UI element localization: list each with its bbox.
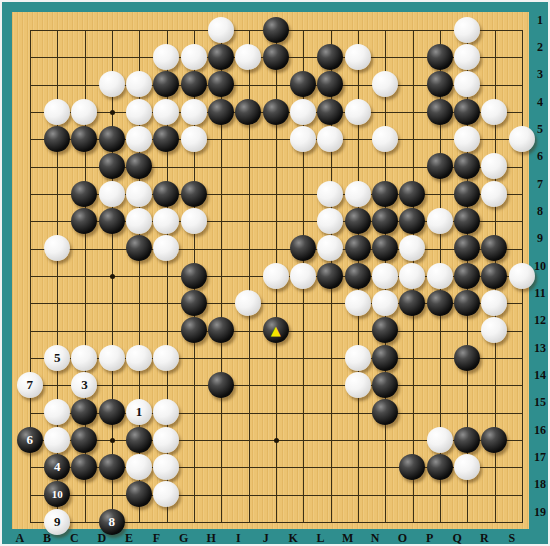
black-stone-R10[interactable] [481,263,507,289]
column-label-H: H [203,531,219,546]
black-stone-P11[interactable] [427,290,453,316]
black-stone-D17[interactable] [99,454,125,480]
black-stone-H4[interactable] [208,99,234,125]
screenshot-frame: ▲5731641098 ABCDEFGHIJKLMNOPQRS 12345678… [0,0,550,546]
white-stone-M7[interactable] [345,181,371,207]
white-stone-M2[interactable] [345,44,371,70]
white-stone-P8[interactable] [427,208,453,234]
white-stone-P10[interactable] [427,263,453,289]
white-stone-N11[interactable] [372,290,398,316]
column-label-J: J [258,531,274,546]
white-stone-D7[interactable] [99,181,125,207]
black-stone-P2[interactable] [427,44,453,70]
white-stone-E4[interactable] [126,99,152,125]
row-label-16: 16 [531,423,549,437]
black-stone-Q10[interactable] [454,263,480,289]
black-stone-D8[interactable] [99,208,125,234]
white-stone-P16[interactable] [427,427,453,453]
row-label-12: 12 [531,313,549,327]
move-number-label: 6 [17,427,43,453]
row-label-17: 17 [531,450,549,464]
column-label-K: K [285,531,301,546]
column-label-S: S [504,531,520,546]
white-stone-Q17[interactable] [454,454,480,480]
star-point [110,438,115,443]
column-label-A: A [12,531,28,546]
move-number-label: 7 [17,372,43,398]
star-point [110,110,115,115]
column-label-E: E [121,531,137,546]
star-point [274,438,279,443]
black-stone-Q16[interactable] [454,427,480,453]
white-stone-B4[interactable] [44,99,70,125]
black-stone-G7[interactable] [181,181,207,207]
white-stone-E13[interactable] [126,345,152,371]
black-stone-P17[interactable] [427,454,453,480]
black-stone-Q4[interactable] [454,99,480,125]
white-stone-H1[interactable] [208,17,234,43]
goban[interactable]: ▲5731641098 [12,12,529,529]
white-stone-K4[interactable] [290,99,316,125]
black-stone-N14[interactable] [372,372,398,398]
star-point [110,274,115,279]
column-label-C: C [66,531,82,546]
white-stone-K10[interactable] [290,263,316,289]
white-stone-Q1[interactable] [454,17,480,43]
black-stone-A16[interactable]: 6 [17,427,43,453]
column-label-R: R [476,531,492,546]
column-label-P: P [422,531,438,546]
row-label-13: 13 [531,341,549,355]
move-number-label: 5 [44,345,70,371]
white-stone-G8[interactable] [181,208,207,234]
black-stone-N13[interactable] [372,345,398,371]
row-label-9: 9 [531,231,549,245]
row-label-4: 4 [531,95,549,109]
white-stone-B13[interactable]: 5 [44,345,70,371]
black-stone-N8[interactable] [372,208,398,234]
column-label-L: L [312,531,328,546]
black-stone-R16[interactable] [481,427,507,453]
row-label-7: 7 [531,177,549,191]
column-label-O: O [394,531,410,546]
black-stone-Q11[interactable] [454,290,480,316]
row-label-15: 15 [531,395,549,409]
white-stone-M14[interactable] [345,372,371,398]
black-stone-Q8[interactable] [454,208,480,234]
white-stone-A14[interactable]: 7 [17,372,43,398]
white-stone-M13[interactable] [345,345,371,371]
black-stone-P4[interactable] [427,99,453,125]
black-stone-J4[interactable] [263,99,289,125]
column-label-N: N [367,531,383,546]
white-stone-M11[interactable] [345,290,371,316]
white-stone-E7[interactable] [126,181,152,207]
row-label-3: 3 [531,67,549,81]
white-stone-M4[interactable] [345,99,371,125]
column-label-M: M [340,531,356,546]
column-label-I: I [230,531,246,546]
white-stone-G4[interactable] [181,99,207,125]
black-stone-E16[interactable] [126,427,152,453]
black-stone-G11[interactable] [181,290,207,316]
black-stone-Q13[interactable] [454,345,480,371]
row-label-8: 8 [531,204,549,218]
white-stone-D13[interactable] [99,345,125,371]
row-label-10: 10 [531,259,549,273]
white-stone-B16[interactable] [44,427,70,453]
column-label-G: G [176,531,192,546]
black-stone-J1[interactable] [263,17,289,43]
black-stone-O7[interactable] [399,181,425,207]
row-label-14: 14 [531,368,549,382]
black-stone-G10[interactable] [181,263,207,289]
row-label-1: 1 [531,13,549,27]
black-stone-M10[interactable] [345,263,371,289]
column-label-B: B [39,531,55,546]
row-label-18: 18 [531,477,549,491]
column-label-F: F [148,531,164,546]
black-stone-M8[interactable] [345,208,371,234]
white-stone-Q5[interactable] [454,126,480,152]
white-stone-G5[interactable] [181,126,207,152]
black-stone-J2[interactable] [263,44,289,70]
white-stone-E17[interactable] [126,454,152,480]
column-label-Q: Q [449,531,465,546]
white-stone-N10[interactable] [372,263,398,289]
black-stone-H14[interactable] [208,372,234,398]
row-label-2: 2 [531,40,549,54]
row-label-11: 11 [531,286,549,300]
white-stone-R7[interactable] [481,181,507,207]
white-stone-O10[interactable] [399,263,425,289]
black-stone-N7[interactable] [372,181,398,207]
black-stone-Q7[interactable] [454,181,480,207]
white-stone-N5[interactable] [372,126,398,152]
board-frame: ▲5731641098 ABCDEFGHIJKLMNOPQRS 12345678… [2,2,548,544]
row-label-19: 19 [531,505,549,519]
black-stone-D5[interactable] [99,126,125,152]
row-label-6: 6 [531,149,549,163]
white-stone-J10[interactable] [263,263,289,289]
column-label-D: D [94,531,110,546]
row-label-5: 5 [531,122,549,136]
white-stone-G2[interactable] [181,44,207,70]
